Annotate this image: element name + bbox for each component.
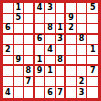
- cell-r1c8[interactable]: [77, 3, 88, 14]
- cell-r1c3[interactable]: [24, 3, 35, 14]
- cell-r3c9[interactable]: [87, 24, 98, 35]
- cell-r3c3[interactable]: [24, 24, 35, 35]
- cell-r5c8[interactable]: [77, 45, 88, 56]
- cell-r7c7[interactable]: [66, 66, 77, 77]
- cell-r3c4[interactable]: [35, 24, 46, 35]
- cell-r5c3[interactable]: [24, 45, 35, 56]
- cell-r7c4: 9: [35, 66, 46, 77]
- cell-r8c6[interactable]: [56, 77, 67, 88]
- cell-r8c3: 7: [24, 77, 35, 88]
- cell-r2c4[interactable]: [35, 14, 46, 25]
- cell-r7c6[interactable]: [56, 66, 67, 77]
- cell-r8c1[interactable]: [3, 77, 14, 88]
- cell-r5c9: 1: [87, 45, 98, 56]
- cell-r9c3[interactable]: [24, 87, 35, 98]
- cell-r4c4: 6: [35, 35, 46, 46]
- cell-r5c5: 4: [45, 45, 56, 56]
- cell-r9c1: 4: [3, 87, 14, 98]
- cell-r1c1[interactable]: [3, 3, 14, 14]
- cell-r1c6[interactable]: [56, 3, 67, 14]
- cell-r8c8: 2: [77, 77, 88, 88]
- cell-r2c2: 5: [14, 14, 25, 25]
- cell-r7c2[interactable]: [14, 66, 25, 77]
- cell-r9c8: 3: [77, 87, 88, 98]
- cell-r1c5: 3: [45, 3, 56, 14]
- cell-r4c8: 8: [77, 35, 88, 46]
- cell-r6c8[interactable]: [77, 56, 88, 67]
- cell-r9c4[interactable]: [35, 87, 46, 98]
- cell-r4c7[interactable]: [66, 35, 77, 46]
- cell-r8c9[interactable]: [87, 77, 98, 88]
- cell-r8c4[interactable]: [35, 77, 46, 88]
- cell-r9c7[interactable]: [66, 87, 77, 98]
- sudoku-board: 14355968126382419188917724673: [0, 0, 101, 101]
- cell-r6c3[interactable]: [24, 56, 35, 67]
- cell-r9c2[interactable]: [14, 87, 25, 98]
- cell-r6c2: 9: [14, 56, 25, 67]
- cell-r6c4: 1: [35, 56, 46, 67]
- cell-r9c6: 7: [56, 87, 67, 98]
- cell-r9c9[interactable]: [87, 87, 98, 98]
- cell-r4c9[interactable]: [87, 35, 98, 46]
- cell-r6c9[interactable]: [87, 56, 98, 67]
- cell-r7c8[interactable]: [77, 66, 88, 77]
- cell-r3c1: 6: [3, 24, 14, 35]
- cell-r4c2[interactable]: [14, 35, 25, 46]
- cell-r4c6: 3: [56, 35, 67, 46]
- cell-r9c5: 6: [45, 87, 56, 98]
- cell-r5c1: 2: [3, 45, 14, 56]
- cell-r4c3[interactable]: [24, 35, 35, 46]
- cell-r3c5: 8: [45, 24, 56, 35]
- cell-r4c5[interactable]: [45, 35, 56, 46]
- cell-r8c7[interactable]: [66, 77, 77, 88]
- cell-r7c3: 8: [24, 66, 35, 77]
- cell-r1c9: 5: [87, 3, 98, 14]
- cell-r6c6: 8: [56, 56, 67, 67]
- cell-r5c7[interactable]: [66, 45, 77, 56]
- cell-r3c2[interactable]: [14, 24, 25, 35]
- cell-r6c5[interactable]: [45, 56, 56, 67]
- cell-r3c8[interactable]: [77, 24, 88, 35]
- cell-r3c7: 2: [66, 24, 77, 35]
- cell-r6c1[interactable]: [3, 56, 14, 67]
- cell-r3c6: 1: [56, 24, 67, 35]
- cell-r7c1[interactable]: [3, 66, 14, 77]
- cell-r4c1[interactable]: [3, 35, 14, 46]
- cell-r8c2[interactable]: [14, 77, 25, 88]
- cell-r2c8[interactable]: [77, 14, 88, 25]
- cell-r7c9: 7: [87, 66, 98, 77]
- cell-r7c5: 1: [45, 66, 56, 77]
- cell-r1c2: 1: [14, 3, 25, 14]
- cell-r8c5[interactable]: [45, 77, 56, 88]
- cell-r1c7[interactable]: [66, 3, 77, 14]
- cell-r1c4: 4: [35, 3, 46, 14]
- cell-r2c3[interactable]: [24, 14, 35, 25]
- cell-r6c7[interactable]: [66, 56, 77, 67]
- cell-r2c9[interactable]: [87, 14, 98, 25]
